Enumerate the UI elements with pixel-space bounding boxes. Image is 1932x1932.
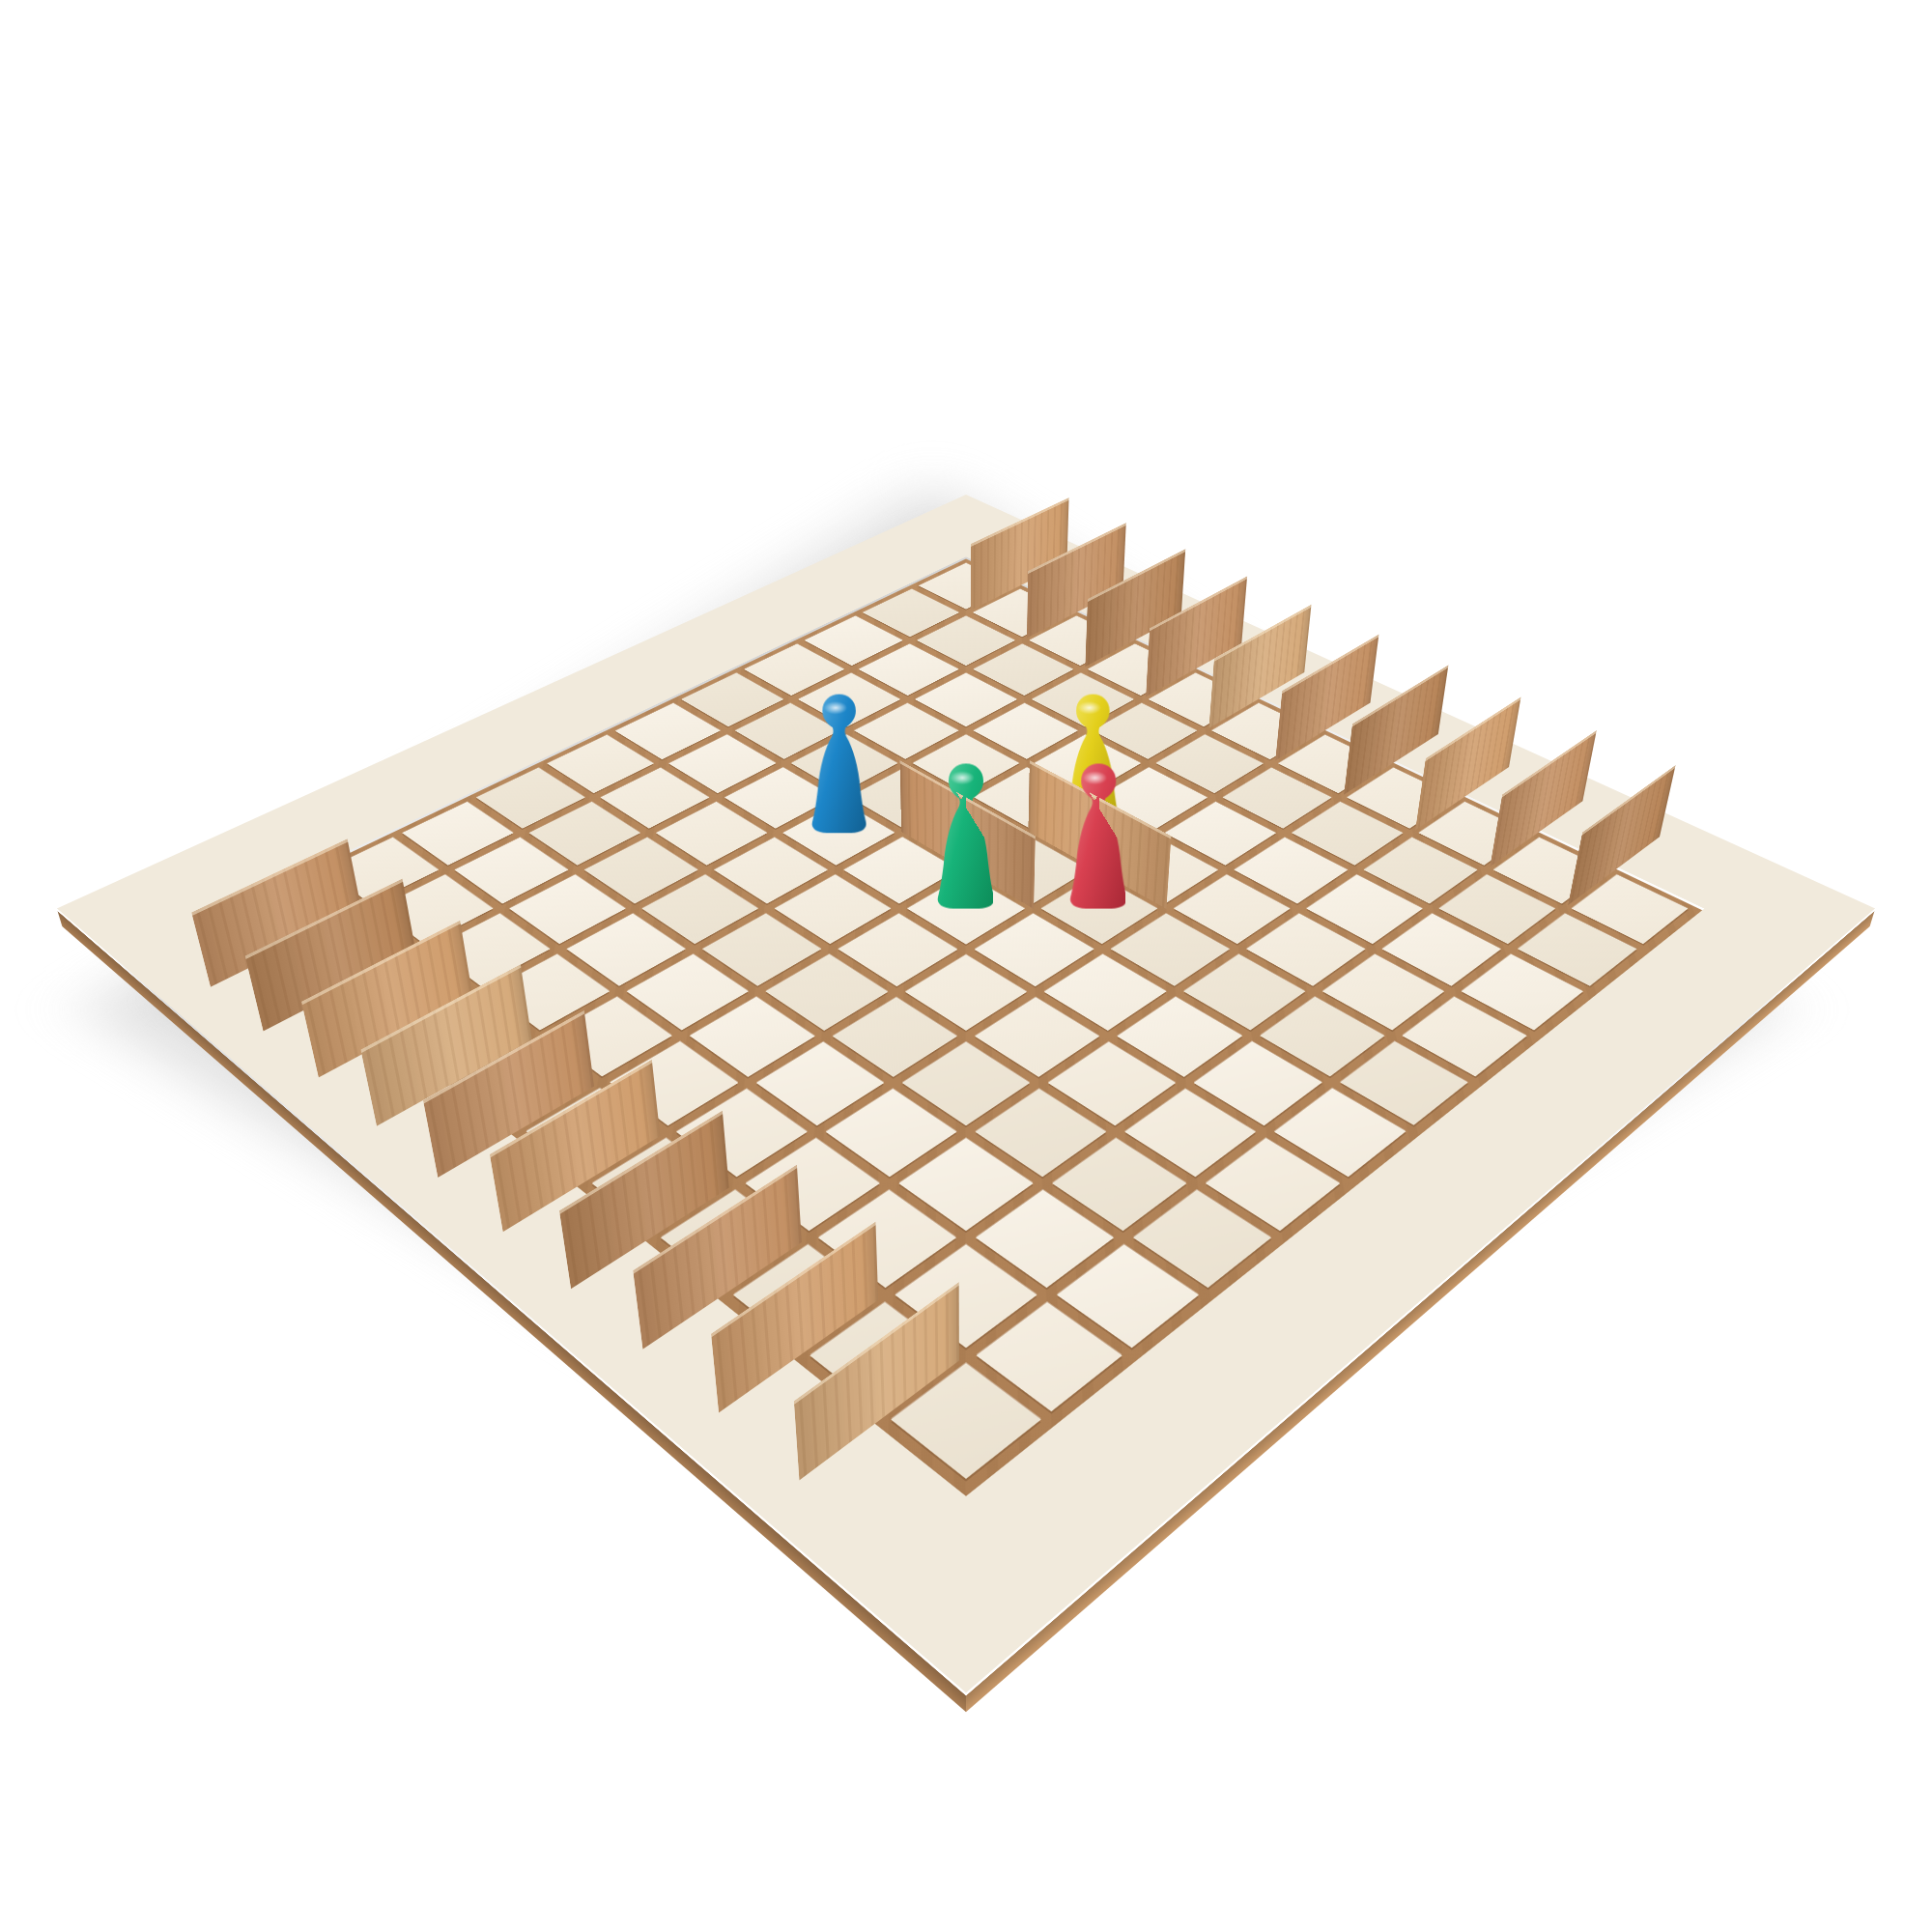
game-board	[58, 497, 1875, 1695]
photo-scene	[0, 0, 1932, 1932]
